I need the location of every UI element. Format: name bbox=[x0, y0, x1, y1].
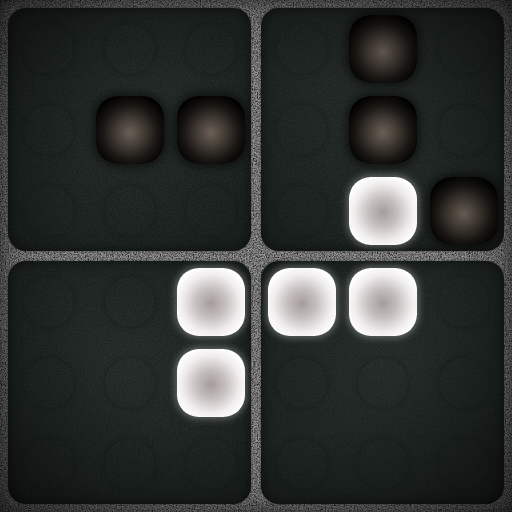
cell-r1c4[interactable] bbox=[261, 8, 342, 89]
black-marble bbox=[430, 177, 498, 245]
black-marble bbox=[177, 96, 245, 164]
cell-r6c6[interactable] bbox=[423, 423, 504, 504]
cell-r3c1[interactable] bbox=[8, 170, 89, 251]
cell-r1c2[interactable] bbox=[89, 8, 170, 89]
hole bbox=[186, 24, 236, 74]
hole bbox=[186, 439, 236, 489]
hole bbox=[24, 277, 74, 327]
hole bbox=[277, 186, 327, 236]
hole bbox=[277, 439, 327, 489]
cell-r6c3[interactable] bbox=[170, 423, 251, 504]
cell-r1c3[interactable] bbox=[170, 8, 251, 89]
white-marble bbox=[177, 268, 245, 336]
quadrant-top-right[interactable] bbox=[261, 8, 504, 251]
quadrant-top-left[interactable] bbox=[8, 8, 251, 251]
cell-r5c3[interactable] bbox=[170, 342, 251, 423]
white-marble bbox=[268, 268, 336, 336]
hole bbox=[439, 277, 489, 327]
cell-grid bbox=[261, 8, 504, 251]
white-marble bbox=[349, 177, 417, 245]
quadrant-bottom-right[interactable] bbox=[261, 261, 504, 504]
black-marble bbox=[349, 96, 417, 164]
hole bbox=[24, 439, 74, 489]
hole bbox=[24, 105, 74, 155]
hole bbox=[105, 277, 155, 327]
cell-r2c3[interactable] bbox=[170, 89, 251, 170]
cell-r6c4[interactable] bbox=[261, 423, 342, 504]
cell-r3c4[interactable] bbox=[261, 170, 342, 251]
hole bbox=[24, 358, 74, 408]
cell-r1c1[interactable] bbox=[8, 8, 89, 89]
hole bbox=[277, 24, 327, 74]
hole bbox=[277, 358, 327, 408]
cell-r3c2[interactable] bbox=[89, 170, 170, 251]
white-marble bbox=[177, 349, 245, 417]
cell-r2c1[interactable] bbox=[8, 89, 89, 170]
cell-r2c2[interactable] bbox=[89, 89, 170, 170]
cell-r6c1[interactable] bbox=[8, 423, 89, 504]
hole bbox=[439, 105, 489, 155]
black-marble bbox=[349, 15, 417, 83]
cell-r5c1[interactable] bbox=[8, 342, 89, 423]
hole bbox=[105, 24, 155, 74]
cell-r4c2[interactable] bbox=[89, 261, 170, 342]
cell-grid bbox=[8, 8, 251, 251]
cell-r2c5[interactable] bbox=[342, 89, 423, 170]
cell-r4c6[interactable] bbox=[423, 261, 504, 342]
cell-r6c5[interactable] bbox=[342, 423, 423, 504]
hole bbox=[24, 24, 74, 74]
quadrant-bottom-left[interactable] bbox=[8, 261, 251, 504]
cell-r2c4[interactable] bbox=[261, 89, 342, 170]
pentago-board bbox=[0, 0, 512, 512]
black-marble bbox=[96, 96, 164, 164]
cell-r3c5[interactable] bbox=[342, 170, 423, 251]
cell-r1c6[interactable] bbox=[423, 8, 504, 89]
cell-r3c6[interactable] bbox=[423, 170, 504, 251]
hole bbox=[439, 439, 489, 489]
hole bbox=[105, 186, 155, 236]
hole bbox=[358, 358, 408, 408]
cell-r5c6[interactable] bbox=[423, 342, 504, 423]
cell-r4c4[interactable] bbox=[261, 261, 342, 342]
cell-r3c3[interactable] bbox=[170, 170, 251, 251]
hole bbox=[105, 358, 155, 408]
hole bbox=[439, 24, 489, 74]
cell-r5c5[interactable] bbox=[342, 342, 423, 423]
cell-r5c2[interactable] bbox=[89, 342, 170, 423]
hole bbox=[439, 358, 489, 408]
hole bbox=[277, 105, 327, 155]
cell-r4c3[interactable] bbox=[170, 261, 251, 342]
cell-r4c1[interactable] bbox=[8, 261, 89, 342]
white-marble bbox=[349, 268, 417, 336]
hole bbox=[24, 186, 74, 236]
hole bbox=[105, 439, 155, 489]
cell-r2c6[interactable] bbox=[423, 89, 504, 170]
hole bbox=[186, 186, 236, 236]
cell-r6c2[interactable] bbox=[89, 423, 170, 504]
cell-r1c5[interactable] bbox=[342, 8, 423, 89]
cell-r5c4[interactable] bbox=[261, 342, 342, 423]
hole bbox=[358, 439, 408, 489]
cell-r4c5[interactable] bbox=[342, 261, 423, 342]
cell-grid bbox=[261, 261, 504, 504]
cell-grid bbox=[8, 261, 251, 504]
